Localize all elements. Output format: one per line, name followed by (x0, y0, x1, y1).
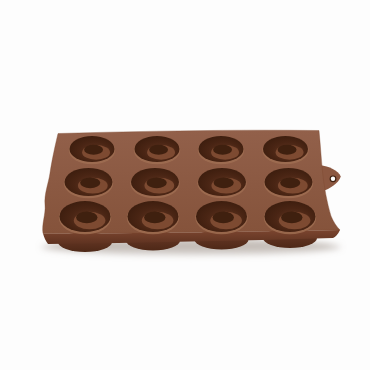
cavity-inner-core (213, 145, 232, 155)
cavity-inner-core (84, 145, 103, 155)
cavity-inner-core (280, 178, 300, 189)
cavity-inner-core (278, 145, 297, 155)
cavity (69, 136, 115, 164)
product-photo-stage (0, 0, 370, 370)
chocolate-mold-photo (0, 0, 370, 370)
cavity-inner-core (214, 178, 234, 189)
hang-hole-opening (331, 177, 335, 181)
cavity (134, 136, 180, 164)
cavity-inner-core (149, 145, 168, 155)
cavity (59, 201, 111, 234)
cavity (264, 201, 316, 234)
cavity-inner-core (147, 178, 167, 189)
cavity (64, 168, 113, 198)
cavity (264, 168, 313, 198)
cavity (197, 168, 246, 198)
cavity-inner-core (80, 178, 100, 189)
cavity-inner-core (213, 212, 234, 224)
cavity (130, 168, 179, 198)
hang-hole (330, 175, 337, 182)
cavity (127, 201, 179, 234)
cavity (262, 136, 308, 164)
cavity (198, 136, 244, 164)
cavity-inner-core (281, 212, 302, 224)
cavity-inner-core (76, 212, 97, 224)
cavity (195, 201, 247, 234)
cavity-inner-core (144, 212, 165, 224)
